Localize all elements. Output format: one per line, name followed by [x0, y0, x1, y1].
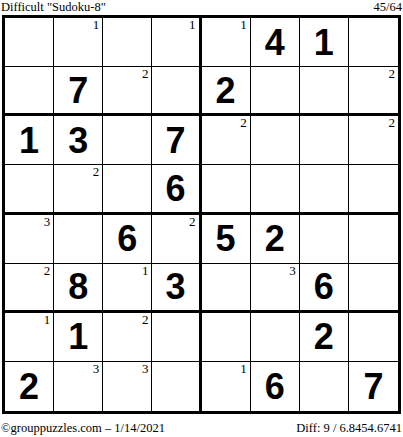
cell-r4c5[interactable]	[202, 165, 251, 214]
sudoku-board: 1114172221372226362522813361122233167	[2, 15, 401, 414]
cell-value: 3	[68, 122, 88, 159]
cell-r5c1[interactable]: 3	[5, 215, 54, 264]
cell-value: 6	[265, 368, 285, 405]
cell-r6c2[interactable]: 8	[54, 264, 103, 313]
cell-value: 6	[314, 268, 334, 305]
cell-r2c3[interactable]: 2	[103, 67, 152, 116]
cell-value: 7	[68, 72, 88, 109]
cell-r7c8[interactable]	[349, 313, 398, 362]
puzzle-page: Difficult "Sudoku-8" 45/64 1114172221372…	[0, 0, 403, 437]
pencil-mark: 2	[142, 66, 149, 81]
cell-r7c6[interactable]	[251, 313, 300, 362]
cell-r1c2[interactable]: 1	[54, 18, 103, 67]
pencil-mark: 1	[189, 17, 196, 32]
cell-r4c1[interactable]	[5, 165, 54, 214]
cell-r8c6[interactable]: 6	[251, 362, 300, 411]
cell-r6c8[interactable]	[349, 264, 398, 313]
cell-r8c4[interactable]	[152, 362, 201, 411]
footer: ©grouppuzzles.com – 1/14/2021 Diff: 9 / …	[1, 419, 402, 435]
pencil-mark: 1	[93, 17, 100, 32]
pencil-mark: 2	[142, 312, 149, 327]
cell-r5c2[interactable]	[54, 215, 103, 264]
progress-counter: 45/64	[374, 0, 402, 14]
cell-r1c7[interactable]: 1	[300, 18, 349, 67]
puzzle-title: Difficult "Sudoku-8"	[1, 0, 106, 14]
cell-r3c4[interactable]: 7	[152, 116, 201, 165]
cell-r4c8[interactable]	[349, 165, 398, 214]
cell-value: 2	[19, 368, 39, 405]
cell-r8c2[interactable]: 3	[54, 362, 103, 411]
pencil-mark: 2	[240, 115, 247, 130]
cell-r1c4[interactable]: 1	[152, 18, 201, 67]
cell-r5c4[interactable]: 2	[152, 215, 201, 264]
cell-r7c4[interactable]	[152, 313, 201, 362]
cell-r5c5[interactable]: 5	[202, 215, 251, 264]
cell-r1c3[interactable]	[103, 18, 152, 67]
cell-r2c2[interactable]: 7	[54, 67, 103, 116]
cell-r3c6[interactable]	[251, 116, 300, 165]
cell-r1c5[interactable]: 1	[202, 18, 251, 67]
cell-r3c2[interactable]: 3	[54, 116, 103, 165]
copyright-text: ©grouppuzzles.com – 1/14/2021	[1, 421, 165, 435]
pencil-mark: 2	[389, 66, 396, 81]
pencil-mark: 3	[44, 214, 51, 229]
cell-r2c7[interactable]	[300, 67, 349, 116]
cell-r4c7[interactable]	[300, 165, 349, 214]
cell-value: 6	[165, 170, 185, 207]
cell-r2c5[interactable]: 2	[202, 67, 251, 116]
cell-value: 7	[165, 122, 185, 159]
pencil-mark: 2	[389, 115, 396, 130]
difficulty-text: Diff: 9 / 6.8454.6741	[296, 421, 402, 435]
cell-r8c3[interactable]: 3	[103, 362, 152, 411]
cell-r8c5[interactable]: 1	[202, 362, 251, 411]
cell-r1c8[interactable]	[349, 18, 398, 67]
cell-r2c8[interactable]: 2	[349, 67, 398, 116]
cell-value: 6	[117, 220, 137, 257]
cell-r7c3[interactable]: 2	[103, 313, 152, 362]
cell-r6c6[interactable]: 3	[251, 264, 300, 313]
cell-r8c8[interactable]: 7	[349, 362, 398, 411]
cell-r4c3[interactable]	[103, 165, 152, 214]
cell-value: 1	[68, 318, 88, 355]
cell-r6c3[interactable]: 1	[103, 264, 152, 313]
cell-r4c2[interactable]: 2	[54, 165, 103, 214]
cell-value: 8	[68, 268, 88, 305]
cell-r3c8[interactable]: 2	[349, 116, 398, 165]
cell-r2c1[interactable]	[5, 67, 54, 116]
cell-r6c4[interactable]: 3	[152, 264, 201, 313]
cell-r5c8[interactable]	[349, 215, 398, 264]
pencil-mark: 3	[93, 361, 100, 376]
cell-r5c6[interactable]: 2	[251, 215, 300, 264]
header: Difficult "Sudoku-8" 45/64	[1, 0, 402, 15]
cell-r3c5[interactable]: 2	[202, 116, 251, 165]
cell-r6c1[interactable]: 2	[5, 264, 54, 313]
cell-value: 2	[216, 72, 236, 109]
pencil-mark: 2	[189, 214, 196, 229]
cell-r7c2[interactable]: 1	[54, 313, 103, 362]
cell-value: 2	[265, 220, 285, 257]
cell-r2c4[interactable]	[152, 67, 201, 116]
cell-r6c7[interactable]: 6	[300, 264, 349, 313]
pencil-mark: 1	[44, 312, 51, 327]
cell-r3c7[interactable]	[300, 116, 349, 165]
pencil-mark: 1	[240, 361, 247, 376]
cell-r2c6[interactable]	[251, 67, 300, 116]
cell-r1c6[interactable]: 4	[251, 18, 300, 67]
pencil-mark: 1	[142, 263, 149, 278]
pencil-mark: 3	[142, 361, 149, 376]
cell-value: 4	[265, 24, 285, 61]
pencil-mark: 1	[240, 17, 247, 32]
pencil-mark: 3	[289, 263, 296, 278]
cell-r8c1[interactable]: 2	[5, 362, 54, 411]
cell-r7c5[interactable]	[202, 313, 251, 362]
cell-r3c1[interactable]: 1	[5, 116, 54, 165]
cell-value: 5	[216, 220, 236, 257]
cell-value: 3	[165, 268, 185, 305]
pencil-mark: 2	[44, 263, 51, 278]
cell-r7c1[interactable]: 1	[5, 313, 54, 362]
cell-r5c3[interactable]: 6	[103, 215, 152, 264]
cell-r3c3[interactable]	[103, 116, 152, 165]
cell-r6c5[interactable]	[202, 264, 251, 313]
cell-value: 1	[314, 24, 334, 61]
cell-value: 7	[363, 368, 383, 405]
cell-value: 2	[314, 318, 334, 355]
cell-r4c6[interactable]	[251, 165, 300, 214]
cell-value: 1	[19, 122, 39, 159]
cell-r5c7[interactable]	[300, 215, 349, 264]
cell-r8c7[interactable]	[300, 362, 349, 411]
cell-r7c7[interactable]: 2	[300, 313, 349, 362]
cell-r4c4[interactable]: 6	[152, 165, 201, 214]
pencil-mark: 2	[93, 164, 100, 179]
cell-r1c1[interactable]	[5, 18, 54, 67]
